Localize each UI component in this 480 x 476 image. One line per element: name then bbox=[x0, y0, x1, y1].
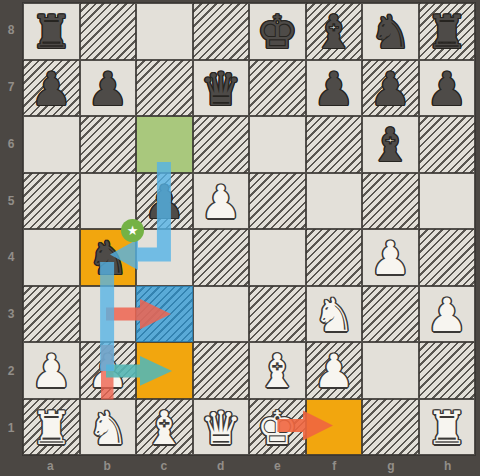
square-g5[interactable] bbox=[362, 173, 419, 230]
square-b3[interactable] bbox=[80, 286, 137, 343]
square-a1[interactable]: ♜ bbox=[23, 399, 80, 456]
square-e6[interactable] bbox=[249, 116, 306, 173]
square-f6[interactable] bbox=[306, 116, 363, 173]
square-g3[interactable] bbox=[362, 286, 419, 343]
square-c8[interactable] bbox=[136, 3, 193, 60]
file-label-g: g bbox=[363, 456, 420, 476]
square-d6[interactable] bbox=[193, 116, 250, 173]
white-king: ♚ bbox=[257, 403, 298, 451]
square-e7[interactable] bbox=[249, 60, 306, 117]
white-pawn: ♟ bbox=[87, 346, 128, 394]
black-pawn: ♟ bbox=[370, 64, 411, 112]
square-f4[interactable] bbox=[306, 229, 363, 286]
file-label-h: h bbox=[419, 456, 476, 476]
square-b8[interactable] bbox=[80, 3, 137, 60]
square-h2[interactable] bbox=[419, 342, 476, 399]
square-f5[interactable] bbox=[306, 173, 363, 230]
square-e4[interactable] bbox=[249, 229, 306, 286]
file-label-c: c bbox=[136, 456, 193, 476]
black-rook: ♜ bbox=[31, 7, 72, 55]
black-pawn: ♟ bbox=[144, 177, 185, 225]
square-g7[interactable]: ♟ bbox=[362, 60, 419, 117]
rank-label-8: 8 bbox=[0, 2, 22, 59]
square-b6[interactable] bbox=[80, 116, 137, 173]
rank-label-5: 5 bbox=[0, 172, 22, 229]
square-d3[interactable] bbox=[193, 286, 250, 343]
square-a8[interactable]: ♜ bbox=[23, 3, 80, 60]
square-e8[interactable]: ♚ bbox=[249, 3, 306, 60]
square-h1[interactable]: ♜ bbox=[419, 399, 476, 456]
black-king: ♚ bbox=[257, 7, 298, 55]
black-bishop: ♝ bbox=[313, 7, 354, 55]
square-e2[interactable]: ♝ bbox=[249, 342, 306, 399]
square-c5[interactable]: ♟ bbox=[136, 173, 193, 230]
black-knight: ♞ bbox=[87, 233, 128, 281]
black-rook: ♜ bbox=[426, 7, 467, 55]
white-bishop: ♝ bbox=[144, 403, 185, 451]
white-pawn: ♟ bbox=[426, 290, 467, 338]
square-b2[interactable]: ♟ bbox=[80, 342, 137, 399]
rank-label-1: 1 bbox=[0, 399, 22, 456]
best-move-star-badge: ★ bbox=[121, 219, 144, 242]
square-a3[interactable] bbox=[23, 286, 80, 343]
black-bishop: ♝ bbox=[370, 120, 411, 168]
rank-label-7: 7 bbox=[0, 59, 22, 116]
white-pawn: ♟ bbox=[370, 233, 411, 281]
file-label-e: e bbox=[249, 456, 306, 476]
square-g1[interactable] bbox=[362, 399, 419, 456]
square-a7[interactable]: ♟ bbox=[23, 60, 80, 117]
square-d8[interactable] bbox=[193, 3, 250, 60]
square-h7[interactable]: ♟ bbox=[419, 60, 476, 117]
black-pawn: ♟ bbox=[87, 64, 128, 112]
square-b1[interactable]: ♞ bbox=[80, 399, 137, 456]
chess-board: ♜♚♝♞♜♟♟♛♟♟♟♝♟♟♞♟♞♟♟♟♝♟♜♞♝♛♚♜ bbox=[22, 2, 476, 456]
square-g4[interactable]: ♟ bbox=[362, 229, 419, 286]
square-g6[interactable]: ♝ bbox=[362, 116, 419, 173]
square-a2[interactable]: ♟ bbox=[23, 342, 80, 399]
square-b7[interactable]: ♟ bbox=[80, 60, 137, 117]
square-c1[interactable]: ♝ bbox=[136, 399, 193, 456]
square-f2[interactable]: ♟ bbox=[306, 342, 363, 399]
white-rook: ♜ bbox=[31, 403, 72, 451]
square-d1[interactable]: ♛ bbox=[193, 399, 250, 456]
square-e5[interactable] bbox=[249, 173, 306, 230]
square-d2[interactable] bbox=[193, 342, 250, 399]
white-knight: ♞ bbox=[313, 290, 354, 338]
white-pawn: ♟ bbox=[31, 346, 72, 394]
square-h6[interactable] bbox=[419, 116, 476, 173]
square-f3[interactable]: ♞ bbox=[306, 286, 363, 343]
black-pawn: ♟ bbox=[313, 64, 354, 112]
rank-label-2: 2 bbox=[0, 343, 22, 400]
file-label-d: d bbox=[192, 456, 249, 476]
square-f7[interactable]: ♟ bbox=[306, 60, 363, 117]
square-f8[interactable]: ♝ bbox=[306, 3, 363, 60]
black-knight: ♞ bbox=[370, 7, 411, 55]
file-label-a: a bbox=[22, 456, 79, 476]
white-rook: ♜ bbox=[426, 403, 467, 451]
square-c2[interactable] bbox=[136, 342, 193, 399]
square-h4[interactable] bbox=[419, 229, 476, 286]
square-c6[interactable] bbox=[136, 116, 193, 173]
file-label-b: b bbox=[79, 456, 136, 476]
square-d4[interactable] bbox=[193, 229, 250, 286]
square-h3[interactable]: ♟ bbox=[419, 286, 476, 343]
star-icon: ★ bbox=[127, 224, 139, 237]
square-d5[interactable]: ♟ bbox=[193, 173, 250, 230]
square-a4[interactable] bbox=[23, 229, 80, 286]
square-d7[interactable]: ♛ bbox=[193, 60, 250, 117]
square-h5[interactable] bbox=[419, 173, 476, 230]
black-pawn: ♟ bbox=[31, 64, 72, 112]
rank-labels: 87654321 bbox=[0, 2, 22, 456]
highlight-c3 bbox=[136, 286, 193, 343]
white-queen: ♛ bbox=[200, 403, 241, 451]
square-a6[interactable] bbox=[23, 116, 80, 173]
square-e3[interactable] bbox=[249, 286, 306, 343]
rank-label-3: 3 bbox=[0, 286, 22, 343]
square-h8[interactable]: ♜ bbox=[419, 3, 476, 60]
square-g2[interactable] bbox=[362, 342, 419, 399]
black-queen: ♛ bbox=[200, 64, 241, 112]
rank-label-4: 4 bbox=[0, 229, 22, 286]
white-bishop: ♝ bbox=[257, 346, 298, 394]
square-a5[interactable] bbox=[23, 173, 80, 230]
rank-label-6: 6 bbox=[0, 116, 22, 173]
file-labels: abcdefgh bbox=[22, 456, 476, 476]
square-c4[interactable] bbox=[136, 229, 193, 286]
file-label-f: f bbox=[306, 456, 363, 476]
square-g8[interactable]: ♞ bbox=[362, 3, 419, 60]
square-f1[interactable] bbox=[306, 399, 363, 456]
square-c3[interactable] bbox=[136, 286, 193, 343]
white-knight: ♞ bbox=[87, 403, 128, 451]
square-e1[interactable]: ♚ bbox=[249, 399, 306, 456]
chess-board-screen: 87654321 abcdefgh ♜♚♝♞♜♟♟♛♟♟♟♝♟♟♞♟♞♟♟♟♝♟… bbox=[0, 0, 480, 476]
square-c7[interactable] bbox=[136, 60, 193, 117]
white-pawn: ♟ bbox=[200, 177, 241, 225]
white-pawn: ♟ bbox=[313, 346, 354, 394]
black-pawn: ♟ bbox=[426, 64, 467, 112]
